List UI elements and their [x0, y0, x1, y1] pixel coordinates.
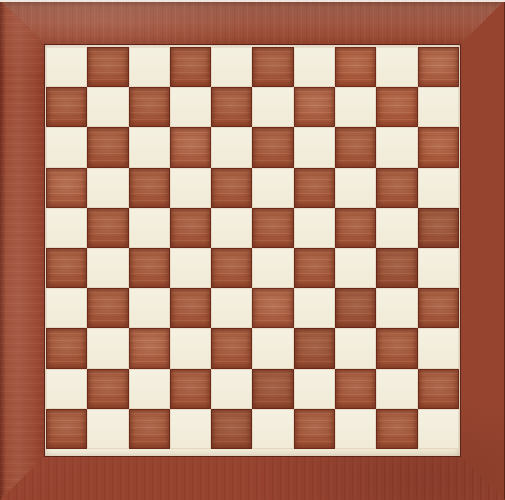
square-r1c3[interactable]	[129, 47, 170, 87]
square-r4c7[interactable]	[294, 168, 335, 208]
square-r6c4[interactable]	[170, 248, 211, 288]
square-r3c9[interactable]	[376, 127, 417, 167]
square-r5c6[interactable]	[252, 208, 293, 248]
square-r2c3[interactable]	[129, 87, 170, 127]
square-r4c10[interactable]	[418, 168, 459, 208]
square-r5c10[interactable]	[418, 208, 459, 248]
square-r10c6[interactable]	[252, 409, 293, 449]
square-r6c9[interactable]	[376, 248, 417, 288]
square-r4c2[interactable]	[87, 168, 128, 208]
square-r4c9[interactable]	[376, 168, 417, 208]
square-r3c1[interactable]	[46, 127, 87, 167]
checkerboard-grid	[46, 47, 459, 449]
square-r7c5[interactable]	[211, 288, 252, 328]
square-r8c5[interactable]	[211, 328, 252, 368]
square-r3c6[interactable]	[252, 127, 293, 167]
square-r3c7[interactable]	[294, 127, 335, 167]
square-r5c1[interactable]	[46, 208, 87, 248]
square-r5c7[interactable]	[294, 208, 335, 248]
square-r8c7[interactable]	[294, 328, 335, 368]
square-r8c10[interactable]	[418, 328, 459, 368]
square-r8c4[interactable]	[170, 328, 211, 368]
square-r9c2[interactable]	[87, 369, 128, 409]
square-r9c9[interactable]	[376, 369, 417, 409]
square-r7c7[interactable]	[294, 288, 335, 328]
square-r1c7[interactable]	[294, 47, 335, 87]
square-r8c2[interactable]	[87, 328, 128, 368]
square-r2c4[interactable]	[170, 87, 211, 127]
square-r1c8[interactable]	[335, 47, 376, 87]
square-r10c10[interactable]	[418, 409, 459, 449]
photo-top-edge	[0, 0, 505, 2]
square-r6c5[interactable]	[211, 248, 252, 288]
square-r1c4[interactable]	[170, 47, 211, 87]
square-r4c4[interactable]	[170, 168, 211, 208]
square-r7c6[interactable]	[252, 288, 293, 328]
square-r7c9[interactable]	[376, 288, 417, 328]
square-r4c3[interactable]	[129, 168, 170, 208]
square-r4c8[interactable]	[335, 168, 376, 208]
square-r9c5[interactable]	[211, 369, 252, 409]
square-r2c10[interactable]	[418, 87, 459, 127]
square-r5c3[interactable]	[129, 208, 170, 248]
square-r6c6[interactable]	[252, 248, 293, 288]
square-r3c2[interactable]	[87, 127, 128, 167]
square-r10c2[interactable]	[87, 409, 128, 449]
square-r4c6[interactable]	[252, 168, 293, 208]
square-r2c9[interactable]	[376, 87, 417, 127]
square-r4c1[interactable]	[46, 168, 87, 208]
square-r10c3[interactable]	[129, 409, 170, 449]
square-r1c6[interactable]	[252, 47, 293, 87]
square-r7c2[interactable]	[87, 288, 128, 328]
square-r8c9[interactable]	[376, 328, 417, 368]
square-r8c6[interactable]	[252, 328, 293, 368]
square-r6c10[interactable]	[418, 248, 459, 288]
square-r3c5[interactable]	[211, 127, 252, 167]
square-r1c1[interactable]	[46, 47, 87, 87]
square-r2c2[interactable]	[87, 87, 128, 127]
square-r7c1[interactable]	[46, 288, 87, 328]
square-r3c4[interactable]	[170, 127, 211, 167]
board-surface	[44, 44, 461, 457]
square-r2c7[interactable]	[294, 87, 335, 127]
draughts-board	[0, 0, 505, 500]
square-r5c8[interactable]	[335, 208, 376, 248]
square-r6c7[interactable]	[294, 248, 335, 288]
square-r4c5[interactable]	[211, 168, 252, 208]
square-r7c10[interactable]	[418, 288, 459, 328]
square-r8c8[interactable]	[335, 328, 376, 368]
square-r3c3[interactable]	[129, 127, 170, 167]
square-r9c10[interactable]	[418, 369, 459, 409]
square-r1c9[interactable]	[376, 47, 417, 87]
square-r5c9[interactable]	[376, 208, 417, 248]
square-r6c1[interactable]	[46, 248, 87, 288]
square-r7c3[interactable]	[129, 288, 170, 328]
square-r1c10[interactable]	[418, 47, 459, 87]
square-r10c1[interactable]	[46, 409, 87, 449]
square-r2c1[interactable]	[46, 87, 87, 127]
square-r7c4[interactable]	[170, 288, 211, 328]
square-r3c10[interactable]	[418, 127, 459, 167]
square-r5c4[interactable]	[170, 208, 211, 248]
square-r8c1[interactable]	[46, 328, 87, 368]
square-r10c8[interactable]	[335, 409, 376, 449]
square-r9c3[interactable]	[129, 369, 170, 409]
square-r5c5[interactable]	[211, 208, 252, 248]
square-r10c7[interactable]	[294, 409, 335, 449]
square-r10c4[interactable]	[170, 409, 211, 449]
square-r6c2[interactable]	[87, 248, 128, 288]
square-r9c7[interactable]	[294, 369, 335, 409]
square-r5c2[interactable]	[87, 208, 128, 248]
square-r2c8[interactable]	[335, 87, 376, 127]
square-r1c2[interactable]	[87, 47, 128, 87]
square-r7c8[interactable]	[335, 288, 376, 328]
square-r9c4[interactable]	[170, 369, 211, 409]
square-r2c5[interactable]	[211, 87, 252, 127]
square-r8c3[interactable]	[129, 328, 170, 368]
square-r6c3[interactable]	[129, 248, 170, 288]
square-r2c6[interactable]	[252, 87, 293, 127]
square-r6c8[interactable]	[335, 248, 376, 288]
square-r3c8[interactable]	[335, 127, 376, 167]
square-r1c5[interactable]	[211, 47, 252, 87]
square-r10c9[interactable]	[376, 409, 417, 449]
square-r9c8[interactable]	[335, 369, 376, 409]
square-r10c5[interactable]	[211, 409, 252, 449]
square-r9c6[interactable]	[252, 369, 293, 409]
square-r9c1[interactable]	[46, 369, 87, 409]
